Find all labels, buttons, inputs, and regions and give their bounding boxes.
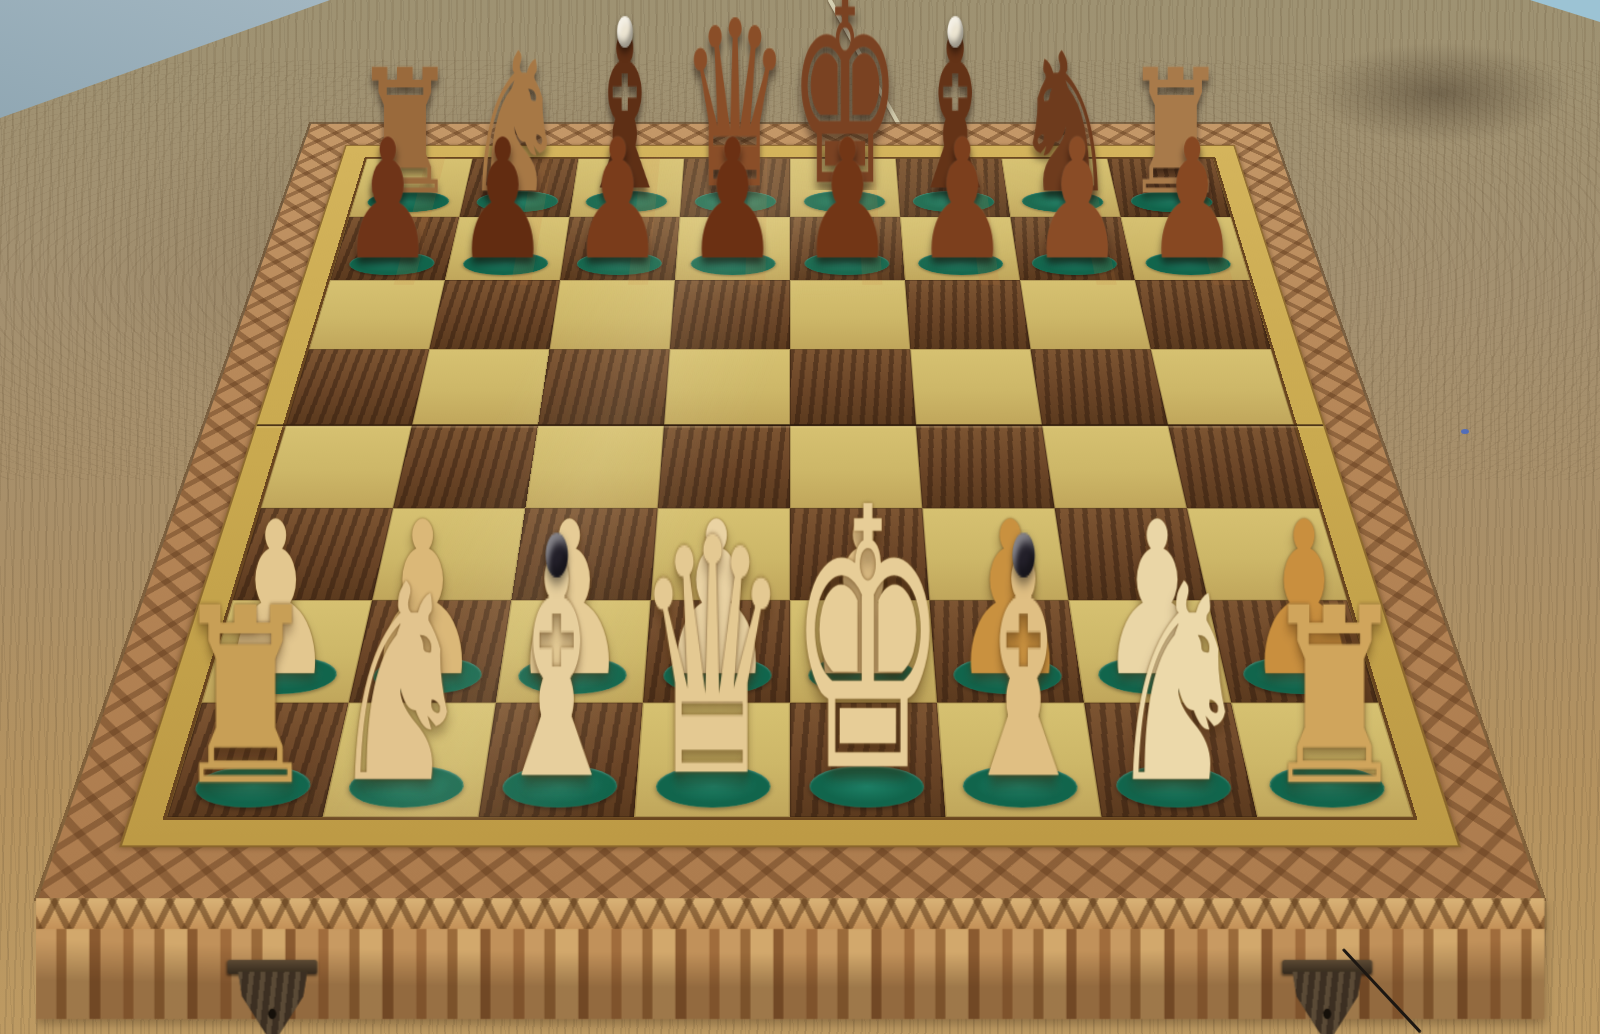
piece-black-p-h7[interactable]: ♟ (1146, 121, 1238, 278)
black-p-glyph: ♟ (572, 121, 664, 278)
square-e6[interactable] (790, 280, 910, 349)
piece-white-b-f1[interactable]: ♝ (956, 528, 1091, 814)
square-c6[interactable] (549, 280, 674, 349)
piece-black-p-g7[interactable]: ♟ (1031, 121, 1123, 278)
square-c1[interactable]: ♝ (478, 703, 642, 817)
white-k-glyph: ♚ (789, 472, 947, 814)
square-f6[interactable] (905, 280, 1030, 349)
piece-black-p-b7[interactable]: ♟ (457, 121, 549, 278)
square-g6[interactable] (1020, 280, 1151, 349)
square-d6[interactable] (670, 280, 790, 349)
square-g7[interactable]: ♟ (1010, 217, 1135, 280)
black-p-glyph: ♟ (457, 121, 549, 278)
square-c7[interactable]: ♟ (560, 217, 680, 280)
square-h1[interactable]: ♜ (1231, 703, 1413, 817)
piece-black-p-e7[interactable]: ♟ (801, 121, 893, 278)
square-d7[interactable]: ♟ (675, 217, 790, 280)
square-b1[interactable]: ♞ (323, 703, 496, 817)
square-a1[interactable]: ♜ (167, 703, 349, 817)
white-n-glyph: ♞ (329, 557, 474, 815)
white-r-glyph: ♜ (1261, 583, 1409, 814)
square-b7[interactable]: ♟ (445, 217, 570, 280)
square-g1[interactable]: ♞ (1084, 703, 1257, 817)
piece-white-b-c1[interactable]: ♝ (489, 528, 624, 814)
square-e5[interactable] (790, 349, 916, 425)
piece-white-k-e1[interactable]: ♚ (789, 472, 947, 814)
square-a5[interactable] (286, 349, 429, 425)
piece-white-r-h1[interactable]: ♜ (1261, 583, 1409, 814)
piece-black-p-f7[interactable]: ♟ (916, 121, 1008, 278)
black-p-glyph: ♟ (801, 121, 893, 278)
square-h5[interactable] (1151, 349, 1294, 425)
square-e1[interactable]: ♚ (790, 703, 946, 817)
square-b5[interactable] (412, 349, 549, 425)
clasp-fan-plate (238, 971, 307, 1034)
piece-white-r-a1[interactable]: ♜ (172, 583, 320, 814)
square-a6[interactable] (309, 280, 445, 349)
white-r-glyph: ♜ (172, 583, 320, 814)
square-f7[interactable]: ♟ (900, 217, 1020, 280)
box-front-face (36, 898, 1545, 1019)
white-q-glyph: ♛ (635, 506, 789, 815)
black-p-glyph: ♟ (342, 121, 434, 278)
carved-zigzag-band (36, 898, 1545, 929)
piece-white-n-b1[interactable]: ♞ (329, 557, 474, 815)
chess-board-grid: ♜♞♝♛♚♝♞♜♟♟♟♟♟♟♟♟♟♟♟♟♟♟♟♟♜♞♝♛♚♝♞♜ (162, 157, 1417, 820)
square-g5[interactable] (1031, 349, 1168, 425)
piece-black-p-a7[interactable]: ♟ (342, 121, 434, 278)
square-c5[interactable] (538, 349, 670, 425)
square-e7[interactable]: ♟ (790, 217, 905, 280)
square-a7[interactable]: ♟ (330, 217, 459, 280)
black-p-glyph: ♟ (1031, 121, 1123, 278)
square-f5[interactable] (910, 349, 1042, 425)
chess-scene: ♜♞♝♛♚♝♞♜♟♟♟♟♟♟♟♟♟♟♟♟♟♟♟♟♜♞♝♛♚♝♞♜ (205, 0, 1375, 1010)
square-h7[interactable]: ♟ (1121, 217, 1250, 280)
metal-clasp-right (1292, 960, 1361, 1034)
black-p-glyph: ♟ (1146, 121, 1238, 278)
square-h6[interactable] (1135, 280, 1271, 349)
square-f1[interactable]: ♝ (937, 703, 1101, 817)
square-d1[interactable]: ♛ (634, 703, 790, 817)
blue-paint-speck (1461, 429, 1469, 434)
carved-chess-box: ♜♞♝♛♚♝♞♜♟♟♟♟♟♟♟♟♟♟♟♟♟♟♟♟♜♞♝♛♚♝♞♜ (38, 124, 1541, 898)
black-p-glyph: ♟ (686, 121, 778, 278)
black-p-glyph: ♟ (916, 121, 1008, 278)
piece-white-n-g1[interactable]: ♞ (1107, 557, 1252, 815)
square-b6[interactable] (429, 280, 560, 349)
metal-clasp-left (238, 960, 307, 1034)
piece-black-p-d7[interactable]: ♟ (686, 121, 778, 278)
clasp-fan-plate (1292, 971, 1361, 1034)
piece-white-q-d1[interactable]: ♛ (635, 506, 789, 815)
white-n-glyph: ♞ (1107, 557, 1252, 815)
piece-black-p-c7[interactable]: ♟ (572, 121, 664, 278)
square-d5[interactable] (664, 349, 790, 425)
